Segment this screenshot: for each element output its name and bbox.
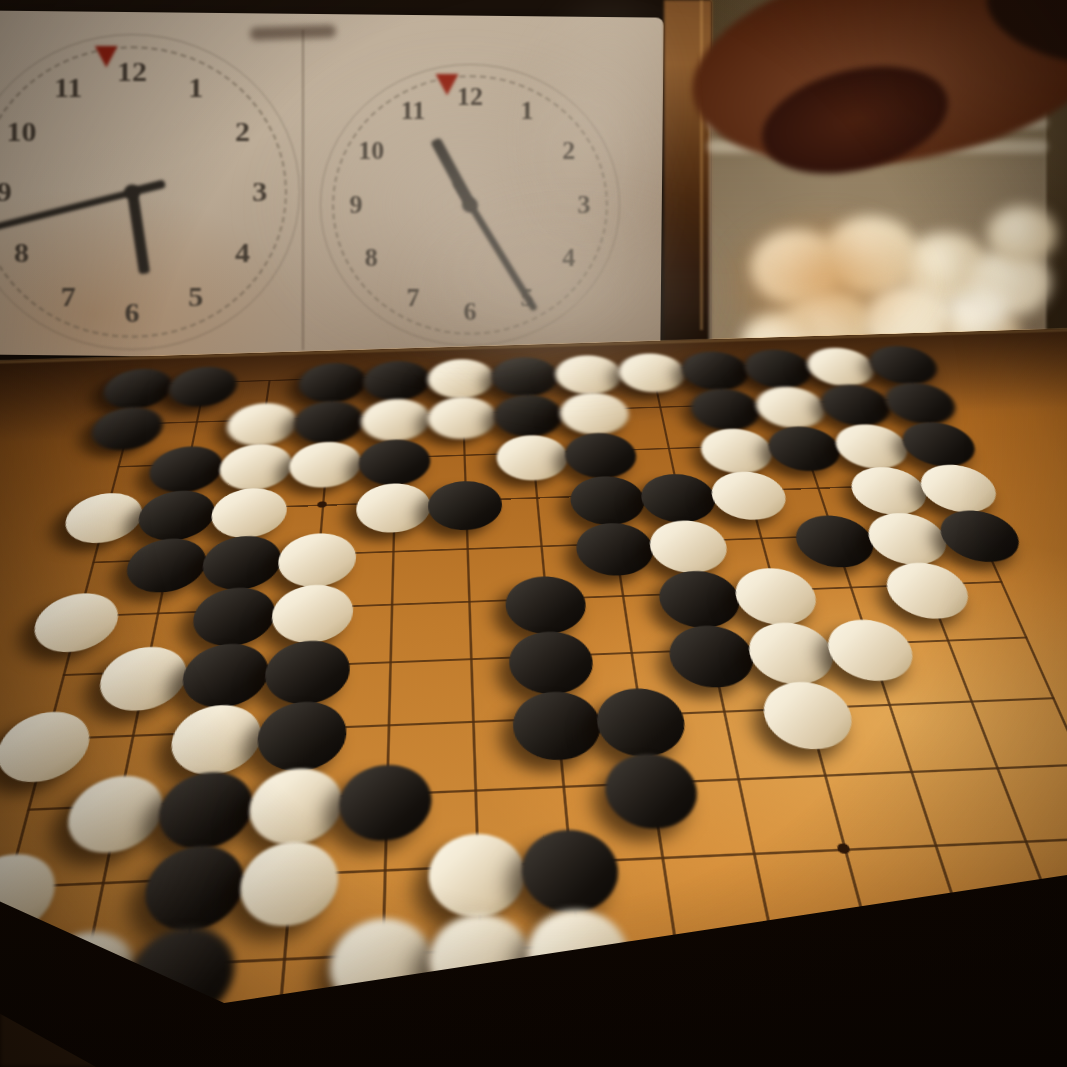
dial-numeral: 3 bbox=[252, 176, 267, 208]
dial-numeral: 6 bbox=[464, 298, 477, 326]
white-stone: ● bbox=[508, 884, 651, 1009]
dial-numeral: 9 bbox=[350, 191, 363, 219]
dial-numeral: 10 bbox=[358, 137, 384, 165]
dial-numeral: 7 bbox=[61, 280, 76, 312]
go-game-photo-scene: 123456789101112▼ 123456789101112▼ ●●●●●●… bbox=[0, 0, 1067, 1067]
dial-numeral: 8 bbox=[365, 244, 378, 272]
dial-numeral: 10 bbox=[6, 116, 36, 148]
dial-numeral: 12 bbox=[457, 84, 483, 112]
clock-right-dial: 123456789101112▼ bbox=[320, 64, 620, 346]
dial-numeral: 12 bbox=[117, 56, 147, 88]
dial-numeral: 7 bbox=[407, 284, 420, 312]
clock-flag: ▼ bbox=[436, 69, 459, 97]
dial-numeral: 11 bbox=[54, 72, 82, 104]
dial-numeral: 6 bbox=[125, 296, 140, 328]
jar-white-stone bbox=[987, 206, 1057, 263]
clock-plate-seam bbox=[302, 30, 304, 350]
clock-case-edge-highlight bbox=[700, 0, 703, 330]
dial-numeral: 5 bbox=[188, 280, 203, 312]
black-stone: ● bbox=[304, 979, 450, 1067]
goban-surface: ●●●●●●●●●●●●●●●●●●●●●●●●●●●●●●●●●●●●●●●●… bbox=[0, 324, 1067, 1067]
chess-clock: 123456789101112▼ 123456789101112▼ bbox=[0, 0, 712, 368]
dial-numeral: 4 bbox=[235, 236, 250, 268]
dial-numeral: 1 bbox=[188, 72, 203, 104]
dial-numeral: 1 bbox=[521, 98, 534, 126]
dial-numeral: 2 bbox=[562, 137, 575, 165]
dial-numeral: 3 bbox=[578, 191, 591, 219]
dial-numeral: 4 bbox=[562, 244, 575, 272]
hand-cap bbox=[124, 184, 140, 199]
white-stone: ● bbox=[86, 989, 248, 1067]
dial-numeral: 8 bbox=[14, 236, 29, 268]
goban-wrapper: ●●●●●●●●●●●●●●●●●●●●●●●●●●●●●●●●●●●●●●●●… bbox=[0, 345, 1067, 1067]
dial-numeral: 11 bbox=[401, 98, 426, 126]
dial-numeral: 9 bbox=[0, 176, 12, 208]
black-stone: ● bbox=[416, 467, 515, 534]
jar-specular-highlight bbox=[946, 290, 1010, 326]
dial-numeral: 2 bbox=[235, 116, 250, 148]
clock-flag: ▼ bbox=[95, 41, 118, 69]
hand-cap bbox=[462, 197, 478, 212]
